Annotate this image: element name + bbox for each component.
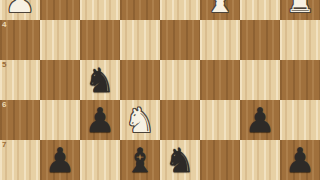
- square-g6[interactable]: [40, 100, 80, 140]
- chess-board-viewport: ♟♝♜45♞6♟♞♟7♟♝♞♟: [0, 0, 320, 180]
- square-e6[interactable]: ♞: [120, 100, 160, 140]
- square-a6[interactable]: [280, 100, 320, 140]
- square-e7[interactable]: ♝: [120, 140, 160, 180]
- white-knight[interactable]: ♞: [120, 100, 160, 140]
- square-c5[interactable]: [200, 60, 240, 100]
- square-d7[interactable]: ♞: [160, 140, 200, 180]
- rank-label-7: 7: [2, 141, 6, 149]
- square-c4[interactable]: [200, 20, 240, 60]
- black-pawn[interactable]: ♟: [80, 100, 120, 140]
- square-g4[interactable]: [40, 20, 80, 60]
- square-b3[interactable]: [240, 0, 280, 20]
- square-h5[interactable]: 5: [0, 60, 40, 100]
- square-b4[interactable]: [240, 20, 280, 60]
- square-a5[interactable]: [280, 60, 320, 100]
- square-g5[interactable]: [40, 60, 80, 100]
- black-pawn[interactable]: ♟: [280, 140, 320, 180]
- black-knight[interactable]: ♞: [80, 60, 120, 100]
- square-g7[interactable]: ♟: [40, 140, 80, 180]
- square-h6[interactable]: 6: [0, 100, 40, 140]
- square-g3[interactable]: [40, 0, 80, 20]
- square-e4[interactable]: [120, 20, 160, 60]
- black-pawn[interactable]: ♟: [240, 100, 280, 140]
- square-f4[interactable]: [80, 20, 120, 60]
- square-c3[interactable]: ♝: [200, 0, 240, 20]
- white-bishop[interactable]: ♝: [200, 0, 240, 20]
- square-c7[interactable]: [200, 140, 240, 180]
- square-h4[interactable]: 4: [0, 20, 40, 60]
- square-a7[interactable]: ♟: [280, 140, 320, 180]
- square-b6[interactable]: ♟: [240, 100, 280, 140]
- square-d4[interactable]: [160, 20, 200, 60]
- square-a4[interactable]: [280, 20, 320, 60]
- square-d3[interactable]: [160, 0, 200, 20]
- square-f3[interactable]: [80, 0, 120, 20]
- square-e5[interactable]: [120, 60, 160, 100]
- white-rook[interactable]: ♜: [280, 0, 320, 20]
- square-b7[interactable]: [240, 140, 280, 180]
- square-a3[interactable]: ♜: [280, 0, 320, 20]
- black-pawn[interactable]: ♟: [40, 140, 80, 180]
- square-d5[interactable]: [160, 60, 200, 100]
- chess-board: ♟♝♜45♞6♟♞♟7♟♝♞♟: [0, 0, 320, 180]
- white-pawn[interactable]: ♟: [0, 0, 40, 20]
- square-h7[interactable]: 7: [0, 140, 40, 180]
- square-b5[interactable]: [240, 60, 280, 100]
- rank-label-5: 5: [2, 61, 6, 69]
- rank-label-6: 6: [2, 101, 6, 109]
- square-f7[interactable]: [80, 140, 120, 180]
- square-f5[interactable]: ♞: [80, 60, 120, 100]
- rank-label-4: 4: [2, 21, 6, 29]
- square-d6[interactable]: [160, 100, 200, 140]
- black-knight[interactable]: ♞: [160, 140, 200, 180]
- square-e3[interactable]: [120, 0, 160, 20]
- black-bishop[interactable]: ♝: [120, 140, 160, 180]
- square-h3[interactable]: ♟: [0, 0, 40, 20]
- square-f6[interactable]: ♟: [80, 100, 120, 140]
- square-c6[interactable]: [200, 100, 240, 140]
